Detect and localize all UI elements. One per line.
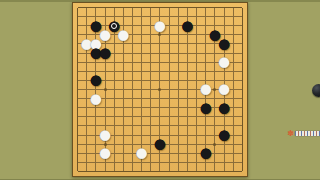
intersection[interactable]	[91, 30, 100, 39]
intersection[interactable]: ●	[155, 21, 164, 30]
intersection[interactable]	[100, 158, 109, 167]
intersection[interactable]	[110, 67, 119, 76]
intersection[interactable]	[119, 49, 128, 58]
intersection[interactable]	[165, 121, 174, 130]
intersection[interactable]	[220, 30, 229, 39]
go-board[interactable]: ●●●●●●●●●●●●●●●●●●●●●●●●●	[72, 2, 248, 177]
intersection[interactable]	[192, 12, 201, 21]
intersection[interactable]	[210, 85, 219, 94]
intersection[interactable]	[183, 167, 192, 176]
intersection[interactable]	[238, 121, 247, 130]
intersection[interactable]	[110, 112, 119, 121]
intersection[interactable]	[82, 158, 91, 167]
intersection[interactable]	[174, 67, 183, 76]
intersection[interactable]	[165, 21, 174, 30]
intersection[interactable]	[155, 103, 164, 112]
intersection[interactable]	[192, 140, 201, 149]
intersection[interactable]	[174, 121, 183, 130]
intersection[interactable]	[229, 94, 238, 103]
intersection[interactable]: ●	[100, 49, 109, 58]
intersection[interactable]	[73, 158, 82, 167]
intersection[interactable]	[192, 58, 201, 67]
intersection[interactable]	[128, 30, 137, 39]
intersection[interactable]	[146, 103, 155, 112]
intersection[interactable]	[137, 76, 146, 85]
intersection[interactable]	[73, 21, 82, 30]
intersection[interactable]	[137, 67, 146, 76]
intersection[interactable]	[73, 94, 82, 103]
intersection[interactable]	[210, 167, 219, 176]
intersection[interactable]	[146, 121, 155, 130]
intersection[interactable]	[183, 130, 192, 139]
intersection[interactable]	[128, 49, 137, 58]
intersection[interactable]	[210, 149, 219, 158]
intersection[interactable]	[174, 94, 183, 103]
intersection[interactable]: ●	[220, 39, 229, 48]
intersection[interactable]	[91, 140, 100, 149]
intersection[interactable]	[201, 167, 210, 176]
intersection[interactable]	[91, 67, 100, 76]
intersection[interactable]	[192, 85, 201, 94]
intersection[interactable]	[73, 3, 82, 12]
intersection[interactable]	[165, 3, 174, 12]
intersection[interactable]	[128, 94, 137, 103]
intersection[interactable]	[192, 149, 201, 158]
intersection[interactable]	[110, 85, 119, 94]
intersection[interactable]	[110, 76, 119, 85]
intersection[interactable]	[110, 140, 119, 149]
intersection[interactable]	[110, 158, 119, 167]
intersection[interactable]	[183, 76, 192, 85]
intersection[interactable]	[201, 140, 210, 149]
intersection[interactable]	[119, 94, 128, 103]
intersection[interactable]	[146, 67, 155, 76]
intersection[interactable]	[128, 158, 137, 167]
intersection[interactable]	[201, 67, 210, 76]
intersection[interactable]	[119, 76, 128, 85]
intersection[interactable]	[183, 67, 192, 76]
intersection[interactable]	[128, 167, 137, 176]
intersection[interactable]	[100, 21, 109, 30]
intersection[interactable]: ●	[137, 149, 146, 158]
intersection[interactable]	[165, 58, 174, 67]
intersection[interactable]	[165, 67, 174, 76]
intersection[interactable]	[73, 76, 82, 85]
intersection[interactable]	[73, 85, 82, 94]
intersection[interactable]	[155, 130, 164, 139]
intersection[interactable]: ●	[91, 21, 100, 30]
intersection[interactable]	[110, 39, 119, 48]
intersection[interactable]	[119, 67, 128, 76]
intersection[interactable]	[201, 21, 210, 30]
intersection[interactable]	[82, 121, 91, 130]
intersection[interactable]	[155, 85, 164, 94]
intersection[interactable]	[91, 103, 100, 112]
intersection[interactable]	[73, 30, 82, 39]
intersection[interactable]	[100, 167, 109, 176]
go-board-grid[interactable]: ●●●●●●●●●●●●●●●●●●●●●●●●●	[73, 3, 247, 176]
intersection[interactable]	[174, 3, 183, 12]
intersection[interactable]	[229, 3, 238, 12]
intersection[interactable]	[183, 149, 192, 158]
intersection[interactable]	[137, 3, 146, 12]
intersection[interactable]: ●	[220, 85, 229, 94]
intersection[interactable]	[146, 94, 155, 103]
intersection[interactable]	[229, 76, 238, 85]
intersection[interactable]	[146, 130, 155, 139]
intersection[interactable]	[146, 140, 155, 149]
intersection[interactable]	[91, 149, 100, 158]
intersection[interactable]	[220, 140, 229, 149]
intersection[interactable]	[146, 158, 155, 167]
intersection[interactable]	[128, 67, 137, 76]
intersection[interactable]	[119, 158, 128, 167]
intersection[interactable]	[192, 21, 201, 30]
intersection[interactable]	[146, 167, 155, 176]
intersection[interactable]	[229, 140, 238, 149]
intersection[interactable]	[210, 39, 219, 48]
intersection[interactable]	[165, 130, 174, 139]
intersection[interactable]	[238, 49, 247, 58]
intersection[interactable]	[128, 103, 137, 112]
intersection[interactable]	[238, 94, 247, 103]
intersection[interactable]	[192, 39, 201, 48]
intersection[interactable]	[73, 140, 82, 149]
intersection[interactable]	[73, 103, 82, 112]
intersection[interactable]	[119, 3, 128, 12]
intersection[interactable]	[229, 21, 238, 30]
intersection[interactable]	[146, 39, 155, 48]
intersection[interactable]	[192, 167, 201, 176]
intersection[interactable]	[146, 58, 155, 67]
intersection[interactable]	[192, 94, 201, 103]
intersection[interactable]	[192, 158, 201, 167]
intersection[interactable]	[165, 149, 174, 158]
intersection[interactable]	[155, 39, 164, 48]
intersection[interactable]	[183, 39, 192, 48]
intersection[interactable]	[238, 140, 247, 149]
intersection[interactable]	[165, 49, 174, 58]
intersection[interactable]	[238, 103, 247, 112]
intersection[interactable]: ●	[100, 149, 109, 158]
intersection[interactable]	[201, 121, 210, 130]
intersection[interactable]	[82, 130, 91, 139]
intersection[interactable]	[174, 112, 183, 121]
intersection[interactable]: ●	[91, 49, 100, 58]
intersection[interactable]	[165, 76, 174, 85]
intersection[interactable]	[137, 112, 146, 121]
intersection[interactable]	[128, 58, 137, 67]
intersection[interactable]	[229, 49, 238, 58]
intersection[interactable]	[165, 94, 174, 103]
intersection[interactable]	[183, 103, 192, 112]
intersection[interactable]	[238, 3, 247, 12]
intersection[interactable]	[82, 85, 91, 94]
intersection[interactable]	[73, 67, 82, 76]
intersection[interactable]	[119, 85, 128, 94]
intersection[interactable]	[229, 121, 238, 130]
intersection[interactable]	[192, 103, 201, 112]
intersection[interactable]	[155, 94, 164, 103]
intersection[interactable]	[82, 67, 91, 76]
intersection[interactable]	[155, 121, 164, 130]
intersection[interactable]	[165, 112, 174, 121]
intersection[interactable]	[82, 167, 91, 176]
intersection[interactable]	[146, 76, 155, 85]
intersection[interactable]	[100, 3, 109, 12]
intersection[interactable]	[110, 149, 119, 158]
intersection[interactable]	[183, 30, 192, 39]
intersection[interactable]: ●	[119, 30, 128, 39]
intersection[interactable]	[110, 103, 119, 112]
intersection[interactable]	[201, 39, 210, 48]
intersection[interactable]	[238, 21, 247, 30]
intersection[interactable]	[229, 39, 238, 48]
intersection[interactable]	[165, 12, 174, 21]
intersection[interactable]	[165, 30, 174, 39]
intersection[interactable]	[183, 140, 192, 149]
intersection[interactable]	[220, 76, 229, 85]
intersection[interactable]	[73, 121, 82, 130]
intersection[interactable]	[229, 12, 238, 21]
intersection[interactable]	[146, 149, 155, 158]
intersection[interactable]	[110, 49, 119, 58]
intersection[interactable]	[238, 130, 247, 139]
intersection[interactable]	[128, 85, 137, 94]
intersection[interactable]	[238, 85, 247, 94]
intersection[interactable]	[137, 39, 146, 48]
intersection[interactable]	[210, 158, 219, 167]
intersection[interactable]	[210, 12, 219, 21]
intersection[interactable]	[128, 76, 137, 85]
intersection[interactable]	[91, 130, 100, 139]
intersection[interactable]	[220, 67, 229, 76]
intersection[interactable]	[82, 58, 91, 67]
intersection[interactable]	[137, 12, 146, 21]
intersection[interactable]	[137, 49, 146, 58]
intersection[interactable]: ●	[220, 130, 229, 139]
intersection[interactable]	[146, 3, 155, 12]
intersection[interactable]	[220, 149, 229, 158]
intersection[interactable]	[183, 158, 192, 167]
intersection[interactable]	[73, 58, 82, 67]
intersection[interactable]	[192, 76, 201, 85]
intersection[interactable]	[100, 85, 109, 94]
intersection[interactable]	[229, 158, 238, 167]
intersection[interactable]	[110, 130, 119, 139]
intersection[interactable]	[192, 112, 201, 121]
intersection[interactable]	[82, 3, 91, 12]
intersection[interactable]	[82, 149, 91, 158]
intersection[interactable]	[183, 58, 192, 67]
intersection[interactable]	[73, 167, 82, 176]
intersection[interactable]	[137, 158, 146, 167]
intersection[interactable]: ●	[220, 58, 229, 67]
intersection[interactable]	[82, 76, 91, 85]
intersection[interactable]	[82, 30, 91, 39]
intersection[interactable]	[210, 112, 219, 121]
intersection[interactable]	[100, 94, 109, 103]
intersection[interactable]	[201, 49, 210, 58]
intersection[interactable]	[220, 167, 229, 176]
intersection[interactable]	[183, 3, 192, 12]
intersection[interactable]	[73, 49, 82, 58]
intersection[interactable]	[100, 121, 109, 130]
intersection[interactable]: ●	[82, 39, 91, 48]
intersection[interactable]	[137, 30, 146, 39]
intersection[interactable]: ●	[201, 103, 210, 112]
intersection[interactable]	[238, 58, 247, 67]
intersection[interactable]	[155, 3, 164, 12]
intersection[interactable]	[174, 85, 183, 94]
intersection[interactable]	[165, 140, 174, 149]
intersection[interactable]	[201, 130, 210, 139]
intersection[interactable]	[82, 94, 91, 103]
intersection[interactable]	[229, 112, 238, 121]
intersection[interactable]	[91, 158, 100, 167]
intersection[interactable]	[238, 149, 247, 158]
intersection[interactable]	[119, 12, 128, 21]
intersection[interactable]	[201, 3, 210, 12]
intersection[interactable]	[238, 112, 247, 121]
intersection[interactable]	[119, 112, 128, 121]
intersection[interactable]	[73, 130, 82, 139]
intersection[interactable]	[110, 12, 119, 21]
intersection[interactable]	[73, 149, 82, 158]
intersection[interactable]: ●	[220, 103, 229, 112]
intersection[interactable]	[82, 112, 91, 121]
intersection[interactable]	[100, 140, 109, 149]
intersection[interactable]	[91, 85, 100, 94]
intersection[interactable]	[100, 58, 109, 67]
intersection[interactable]	[128, 39, 137, 48]
intersection[interactable]	[220, 158, 229, 167]
intersection[interactable]	[110, 167, 119, 176]
intersection[interactable]	[73, 39, 82, 48]
intersection[interactable]	[128, 112, 137, 121]
intersection[interactable]	[201, 12, 210, 21]
intersection[interactable]	[110, 121, 119, 130]
intersection[interactable]	[100, 112, 109, 121]
intersection[interactable]: ●	[201, 149, 210, 158]
intersection[interactable]	[201, 58, 210, 67]
intersection[interactable]	[155, 158, 164, 167]
intersection[interactable]	[128, 149, 137, 158]
intersection[interactable]	[155, 30, 164, 39]
intersection[interactable]	[155, 67, 164, 76]
intersection[interactable]	[174, 103, 183, 112]
intersection[interactable]	[165, 85, 174, 94]
intersection[interactable]	[174, 130, 183, 139]
intersection[interactable]: ●	[155, 140, 164, 149]
intersection[interactable]	[128, 3, 137, 12]
intersection[interactable]	[155, 112, 164, 121]
intersection[interactable]	[210, 130, 219, 139]
intersection[interactable]	[91, 58, 100, 67]
intersection[interactable]	[229, 130, 238, 139]
intersection[interactable]	[238, 30, 247, 39]
intersection[interactable]	[110, 3, 119, 12]
intersection[interactable]	[82, 103, 91, 112]
intersection[interactable]	[238, 167, 247, 176]
intersection[interactable]	[201, 158, 210, 167]
intersection[interactable]	[192, 3, 201, 12]
intersection[interactable]	[220, 12, 229, 21]
intersection[interactable]	[119, 58, 128, 67]
intersection[interactable]	[183, 112, 192, 121]
intersection[interactable]	[238, 76, 247, 85]
intersection[interactable]	[174, 12, 183, 21]
intersection[interactable]	[137, 121, 146, 130]
intersection[interactable]: ●	[100, 30, 109, 39]
intersection[interactable]	[174, 167, 183, 176]
intersection[interactable]	[155, 167, 164, 176]
intersection[interactable]	[174, 149, 183, 158]
intersection[interactable]	[192, 67, 201, 76]
intersection[interactable]	[128, 21, 137, 30]
intersection[interactable]	[91, 112, 100, 121]
intersection[interactable]	[165, 103, 174, 112]
intersection[interactable]	[210, 67, 219, 76]
intersection[interactable]: ●	[91, 39, 100, 48]
intersection[interactable]	[192, 121, 201, 130]
intersection[interactable]	[110, 58, 119, 67]
intersection[interactable]	[192, 49, 201, 58]
intersection[interactable]	[100, 103, 109, 112]
intersection[interactable]	[137, 103, 146, 112]
intersection[interactable]	[229, 30, 238, 39]
intersection[interactable]	[82, 12, 91, 21]
intersection[interactable]	[137, 130, 146, 139]
intersection[interactable]	[210, 103, 219, 112]
intersection[interactable]	[119, 140, 128, 149]
intersection[interactable]	[146, 30, 155, 39]
intersection[interactable]	[137, 21, 146, 30]
intersection[interactable]	[100, 12, 109, 21]
intersection[interactable]	[210, 94, 219, 103]
intersection[interactable]	[128, 12, 137, 21]
intersection[interactable]	[229, 167, 238, 176]
intersection[interactable]: ●	[91, 76, 100, 85]
intersection[interactable]	[201, 30, 210, 39]
intersection[interactable]: ●	[110, 21, 119, 30]
intersection[interactable]	[174, 58, 183, 67]
intersection[interactable]	[100, 67, 109, 76]
intersection[interactable]	[210, 21, 219, 30]
intersection[interactable]	[174, 76, 183, 85]
intersection[interactable]	[229, 85, 238, 94]
intersection[interactable]	[137, 140, 146, 149]
intersection[interactable]	[220, 49, 229, 58]
intersection[interactable]	[91, 167, 100, 176]
intersection[interactable]	[201, 94, 210, 103]
intersection[interactable]	[201, 112, 210, 121]
intersection[interactable]	[174, 21, 183, 30]
intersection[interactable]	[229, 103, 238, 112]
intersection[interactable]	[229, 149, 238, 158]
intersection[interactable]	[238, 12, 247, 21]
intersection[interactable]	[220, 21, 229, 30]
intersection[interactable]	[183, 49, 192, 58]
intersection[interactable]	[100, 76, 109, 85]
intersection[interactable]	[119, 39, 128, 48]
intersection[interactable]	[110, 30, 119, 39]
intersection[interactable]: ●	[210, 30, 219, 39]
intersection[interactable]	[183, 12, 192, 21]
intersection[interactable]	[128, 140, 137, 149]
intersection[interactable]	[82, 21, 91, 30]
intersection[interactable]	[210, 76, 219, 85]
